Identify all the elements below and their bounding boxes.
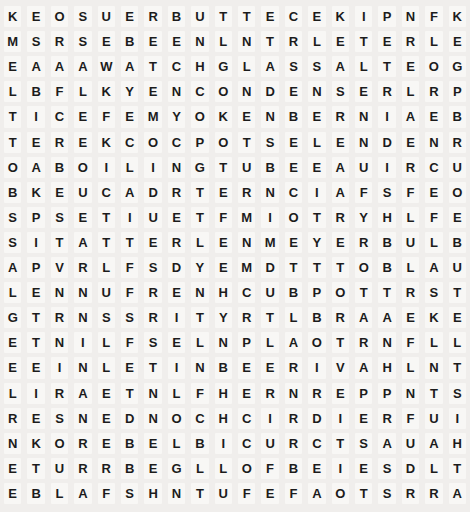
- grid-cell[interactable]: E: [27, 408, 44, 429]
- grid-cell[interactable]: O: [238, 458, 255, 479]
- grid-cell[interactable]: N: [191, 357, 208, 378]
- grid-cell[interactable]: O: [4, 157, 21, 178]
- grid-cell[interactable]: N: [144, 408, 161, 429]
- grid-cell[interactable]: C: [285, 6, 302, 27]
- grid-cell[interactable]: T: [378, 282, 395, 303]
- grid-cell[interactable]: T: [98, 207, 115, 228]
- grid-cell[interactable]: L: [4, 383, 21, 404]
- grid-cell[interactable]: A: [332, 182, 349, 203]
- grid-cell[interactable]: T: [332, 257, 349, 278]
- grid-cell[interactable]: E: [168, 207, 185, 228]
- grid-cell[interactable]: E: [74, 132, 91, 153]
- grid-cell[interactable]: N: [168, 483, 185, 504]
- grid-cell[interactable]: N: [168, 157, 185, 178]
- grid-cell[interactable]: E: [4, 56, 21, 77]
- grid-cell[interactable]: L: [74, 81, 91, 102]
- grid-cell[interactable]: A: [74, 232, 91, 253]
- grid-cell[interactable]: L: [215, 31, 232, 52]
- grid-cell[interactable]: F: [425, 6, 442, 27]
- grid-cell[interactable]: E: [27, 357, 44, 378]
- grid-cell[interactable]: A: [4, 257, 21, 278]
- grid-cell[interactable]: T: [98, 232, 115, 253]
- grid-cell[interactable]: T: [355, 483, 372, 504]
- grid-cell[interactable]: U: [51, 458, 68, 479]
- grid-cell[interactable]: B: [449, 232, 466, 253]
- grid-cell[interactable]: K: [27, 182, 44, 203]
- grid-cell[interactable]: E: [98, 383, 115, 404]
- grid-cell[interactable]: A: [261, 56, 278, 77]
- grid-cell[interactable]: D: [144, 182, 161, 203]
- grid-cell[interactable]: C: [425, 157, 442, 178]
- grid-cell[interactable]: M: [4, 31, 21, 52]
- grid-cell[interactable]: K: [425, 307, 442, 328]
- grid-cell[interactable]: P: [27, 257, 44, 278]
- grid-cell[interactable]: R: [168, 232, 185, 253]
- grid-cell[interactable]: T: [449, 282, 466, 303]
- grid-cell[interactable]: R: [332, 307, 349, 328]
- grid-cell[interactable]: L: [51, 483, 68, 504]
- grid-cell[interactable]: A: [74, 383, 91, 404]
- grid-cell[interactable]: G: [168, 458, 185, 479]
- grid-cell[interactable]: K: [449, 6, 466, 27]
- grid-cell[interactable]: S: [51, 408, 68, 429]
- grid-cell[interactable]: E: [355, 81, 372, 102]
- grid-cell[interactable]: T: [191, 483, 208, 504]
- grid-cell[interactable]: R: [4, 408, 21, 429]
- grid-cell[interactable]: E: [144, 81, 161, 102]
- grid-cell[interactable]: S: [144, 332, 161, 353]
- grid-cell[interactable]: E: [285, 81, 302, 102]
- grid-cell[interactable]: E: [4, 483, 21, 504]
- grid-cell[interactable]: L: [355, 56, 372, 77]
- grid-cell[interactable]: P: [378, 6, 395, 27]
- grid-cell[interactable]: N: [215, 332, 232, 353]
- grid-cell[interactable]: C: [238, 408, 255, 429]
- grid-cell[interactable]: I: [378, 157, 395, 178]
- grid-cell[interactable]: U: [355, 157, 372, 178]
- grid-cell[interactable]: C: [168, 132, 185, 153]
- grid-cell[interactable]: E: [402, 56, 419, 77]
- grid-cell[interactable]: R: [355, 332, 372, 353]
- grid-cell[interactable]: E: [238, 106, 255, 127]
- grid-cell[interactable]: T: [332, 332, 349, 353]
- grid-cell[interactable]: T: [238, 6, 255, 27]
- grid-cell[interactable]: E: [74, 106, 91, 127]
- grid-cell[interactable]: A: [51, 56, 68, 77]
- grid-cell[interactable]: R: [238, 307, 255, 328]
- grid-cell[interactable]: A: [355, 307, 372, 328]
- grid-cell[interactable]: R: [51, 132, 68, 153]
- grid-cell[interactable]: T: [355, 282, 372, 303]
- grid-cell[interactable]: R: [51, 31, 68, 52]
- grid-cell[interactable]: R: [51, 307, 68, 328]
- grid-cell[interactable]: U: [98, 6, 115, 27]
- grid-cell[interactable]: E: [168, 332, 185, 353]
- grid-cell[interactable]: F: [261, 458, 278, 479]
- grid-cell[interactable]: F: [402, 182, 419, 203]
- grid-cell[interactable]: E: [378, 31, 395, 52]
- grid-cell[interactable]: N: [355, 106, 372, 127]
- grid-cell[interactable]: N: [74, 307, 91, 328]
- grid-cell[interactable]: O: [191, 106, 208, 127]
- grid-cell[interactable]: O: [285, 207, 302, 228]
- grid-cell[interactable]: N: [4, 433, 21, 454]
- grid-cell[interactable]: L: [98, 257, 115, 278]
- grid-cell[interactable]: R: [355, 232, 372, 253]
- grid-cell[interactable]: B: [27, 483, 44, 504]
- grid-cell[interactable]: T: [308, 207, 325, 228]
- grid-cell[interactable]: N: [261, 182, 278, 203]
- grid-cell[interactable]: A: [27, 56, 44, 77]
- grid-cell[interactable]: A: [308, 483, 325, 504]
- grid-cell[interactable]: A: [332, 157, 349, 178]
- grid-cell[interactable]: I: [74, 332, 91, 353]
- grid-cell[interactable]: E: [285, 132, 302, 153]
- grid-cell[interactable]: K: [27, 433, 44, 454]
- grid-cell[interactable]: E: [121, 357, 138, 378]
- grid-cell[interactable]: H: [378, 207, 395, 228]
- grid-cell[interactable]: E: [121, 106, 138, 127]
- grid-cell[interactable]: T: [121, 232, 138, 253]
- grid-cell[interactable]: Y: [168, 106, 185, 127]
- grid-cell[interactable]: S: [4, 207, 21, 228]
- grid-cell[interactable]: F: [355, 182, 372, 203]
- grid-cell[interactable]: E: [168, 31, 185, 52]
- grid-cell[interactable]: T: [238, 132, 255, 153]
- grid-cell[interactable]: P: [449, 81, 466, 102]
- grid-cell[interactable]: E: [332, 232, 349, 253]
- grid-cell[interactable]: L: [215, 458, 232, 479]
- grid-cell[interactable]: S: [378, 458, 395, 479]
- grid-cell[interactable]: L: [191, 458, 208, 479]
- grid-cell[interactable]: L: [425, 332, 442, 353]
- grid-cell[interactable]: T: [144, 357, 161, 378]
- grid-cell[interactable]: N: [285, 383, 302, 404]
- grid-cell[interactable]: E: [285, 157, 302, 178]
- grid-cell[interactable]: P: [308, 282, 325, 303]
- grid-cell[interactable]: F: [285, 483, 302, 504]
- grid-cell[interactable]: E: [402, 307, 419, 328]
- grid-cell[interactable]: N: [402, 6, 419, 27]
- grid-cell[interactable]: L: [191, 232, 208, 253]
- grid-cell[interactable]: E: [449, 207, 466, 228]
- grid-cell[interactable]: E: [4, 357, 21, 378]
- grid-cell[interactable]: E: [449, 307, 466, 328]
- grid-cell[interactable]: U: [425, 408, 442, 429]
- grid-cell[interactable]: I: [261, 408, 278, 429]
- grid-cell[interactable]: E: [332, 31, 349, 52]
- grid-cell[interactable]: B: [121, 433, 138, 454]
- grid-cell[interactable]: K: [215, 106, 232, 127]
- grid-cell[interactable]: I: [121, 207, 138, 228]
- grid-cell[interactable]: N: [191, 282, 208, 303]
- grid-cell[interactable]: Y: [215, 307, 232, 328]
- grid-cell[interactable]: K: [4, 6, 21, 27]
- grid-cell[interactable]: F: [425, 207, 442, 228]
- grid-cell[interactable]: P: [191, 132, 208, 153]
- grid-cell[interactable]: N: [51, 332, 68, 353]
- grid-cell[interactable]: B: [449, 106, 466, 127]
- grid-cell[interactable]: F: [191, 383, 208, 404]
- grid-cell[interactable]: B: [285, 106, 302, 127]
- grid-cell[interactable]: E: [27, 6, 44, 27]
- grid-cell[interactable]: M: [261, 232, 278, 253]
- grid-cell[interactable]: N: [238, 31, 255, 52]
- grid-cell[interactable]: I: [332, 458, 349, 479]
- grid-cell[interactable]: I: [27, 232, 44, 253]
- grid-cell[interactable]: O: [215, 132, 232, 153]
- grid-cell[interactable]: E: [425, 182, 442, 203]
- grid-cell[interactable]: L: [98, 332, 115, 353]
- grid-cell[interactable]: R: [402, 31, 419, 52]
- grid-cell[interactable]: S: [98, 307, 115, 328]
- grid-cell[interactable]: E: [215, 232, 232, 253]
- grid-cell[interactable]: R: [378, 81, 395, 102]
- grid-cell[interactable]: R: [449, 132, 466, 153]
- grid-cell[interactable]: I: [308, 357, 325, 378]
- grid-cell[interactable]: D: [402, 458, 419, 479]
- grid-cell[interactable]: R: [308, 383, 325, 404]
- grid-cell[interactable]: L: [308, 31, 325, 52]
- grid-cell[interactable]: L: [168, 433, 185, 454]
- grid-cell[interactable]: V: [51, 257, 68, 278]
- grid-cell[interactable]: L: [402, 357, 419, 378]
- grid-cell[interactable]: T: [425, 383, 442, 404]
- grid-cell[interactable]: R: [285, 357, 302, 378]
- grid-cell[interactable]: T: [191, 207, 208, 228]
- grid-cell[interactable]: R: [378, 408, 395, 429]
- grid-cell[interactable]: B: [121, 31, 138, 52]
- grid-cell[interactable]: N: [74, 282, 91, 303]
- grid-cell[interactable]: E: [98, 433, 115, 454]
- grid-cell[interactable]: U: [261, 282, 278, 303]
- grid-cell[interactable]: N: [168, 81, 185, 102]
- grid-cell[interactable]: S: [27, 31, 44, 52]
- grid-cell[interactable]: A: [332, 56, 349, 77]
- grid-cell[interactable]: I: [332, 408, 349, 429]
- grid-cell[interactable]: T: [261, 307, 278, 328]
- grid-cell[interactable]: T: [261, 31, 278, 52]
- grid-cell[interactable]: R: [74, 257, 91, 278]
- grid-cell[interactable]: T: [191, 182, 208, 203]
- grid-cell[interactable]: T: [378, 56, 395, 77]
- grid-cell[interactable]: N: [74, 408, 91, 429]
- grid-cell[interactable]: E: [402, 132, 419, 153]
- grid-cell[interactable]: E: [121, 6, 138, 27]
- grid-cell[interactable]: C: [191, 81, 208, 102]
- grid-cell[interactable]: R: [144, 6, 161, 27]
- grid-cell[interactable]: E: [332, 383, 349, 404]
- grid-cell[interactable]: E: [144, 31, 161, 52]
- grid-cell[interactable]: N: [238, 232, 255, 253]
- grid-cell[interactable]: E: [261, 357, 278, 378]
- grid-cell[interactable]: E: [144, 433, 161, 454]
- grid-cell[interactable]: O: [215, 81, 232, 102]
- grid-cell[interactable]: L: [402, 257, 419, 278]
- grid-cell[interactable]: Y: [308, 232, 325, 253]
- grid-cell[interactable]: T: [121, 383, 138, 404]
- grid-cell[interactable]: E: [449, 31, 466, 52]
- grid-cell[interactable]: I: [27, 106, 44, 127]
- grid-cell[interactable]: H: [215, 408, 232, 429]
- grid-cell[interactable]: S: [4, 232, 21, 253]
- grid-cell[interactable]: E: [98, 408, 115, 429]
- grid-cell[interactable]: D: [378, 132, 395, 153]
- grid-cell[interactable]: N: [355, 132, 372, 153]
- grid-cell[interactable]: S: [74, 31, 91, 52]
- grid-cell[interactable]: C: [168, 56, 185, 77]
- grid-cell[interactable]: T: [27, 458, 44, 479]
- grid-cell[interactable]: A: [121, 56, 138, 77]
- grid-cell[interactable]: T: [215, 6, 232, 27]
- grid-cell[interactable]: E: [27, 282, 44, 303]
- grid-cell[interactable]: H: [215, 383, 232, 404]
- grid-cell[interactable]: E: [355, 408, 372, 429]
- grid-cell[interactable]: E: [308, 157, 325, 178]
- grid-cell[interactable]: I: [449, 408, 466, 429]
- grid-cell[interactable]: H: [449, 433, 466, 454]
- grid-cell[interactable]: E: [425, 106, 442, 127]
- grid-cell[interactable]: S: [378, 182, 395, 203]
- grid-cell[interactable]: T: [332, 433, 349, 454]
- grid-cell[interactable]: P: [27, 207, 44, 228]
- grid-cell[interactable]: I: [98, 157, 115, 178]
- grid-cell[interactable]: E: [74, 207, 91, 228]
- grid-cell[interactable]: S: [378, 483, 395, 504]
- grid-cell[interactable]: K: [98, 132, 115, 153]
- grid-cell[interactable]: U: [74, 182, 91, 203]
- grid-cell[interactable]: L: [308, 132, 325, 153]
- grid-cell[interactable]: F: [402, 408, 419, 429]
- grid-cell[interactable]: S: [355, 433, 372, 454]
- grid-cell[interactable]: E: [332, 132, 349, 153]
- grid-cell[interactable]: L: [425, 232, 442, 253]
- grid-cell[interactable]: I: [168, 307, 185, 328]
- grid-cell[interactable]: L: [238, 56, 255, 77]
- grid-cell[interactable]: I: [261, 207, 278, 228]
- grid-cell[interactable]: I: [168, 357, 185, 378]
- grid-cell[interactable]: O: [449, 182, 466, 203]
- grid-cell[interactable]: S: [261, 132, 278, 153]
- grid-cell[interactable]: E: [98, 31, 115, 52]
- grid-cell[interactable]: T: [285, 257, 302, 278]
- grid-cell[interactable]: M: [144, 106, 161, 127]
- grid-cell[interactable]: S: [425, 282, 442, 303]
- grid-cell[interactable]: N: [74, 357, 91, 378]
- grid-cell[interactable]: S: [449, 383, 466, 404]
- grid-cell[interactable]: O: [168, 408, 185, 429]
- grid-cell[interactable]: N: [261, 106, 278, 127]
- grid-cell[interactable]: Y: [191, 257, 208, 278]
- grid-cell[interactable]: U: [215, 483, 232, 504]
- grid-cell[interactable]: T: [449, 357, 466, 378]
- grid-cell[interactable]: S: [74, 6, 91, 27]
- grid-cell[interactable]: O: [74, 157, 91, 178]
- grid-cell[interactable]: O: [308, 332, 325, 353]
- grid-cell[interactable]: D: [168, 257, 185, 278]
- grid-cell[interactable]: A: [402, 106, 419, 127]
- grid-cell[interactable]: E: [308, 458, 325, 479]
- grid-cell[interactable]: T: [4, 132, 21, 153]
- grid-cell[interactable]: U: [261, 433, 278, 454]
- grid-cell[interactable]: I: [51, 357, 68, 378]
- grid-cell[interactable]: B: [121, 458, 138, 479]
- grid-cell[interactable]: R: [285, 408, 302, 429]
- grid-cell[interactable]: M: [238, 257, 255, 278]
- grid-cell[interactable]: O: [51, 6, 68, 27]
- grid-cell[interactable]: L: [98, 357, 115, 378]
- grid-cell[interactable]: E: [4, 458, 21, 479]
- grid-cell[interactable]: A: [74, 483, 91, 504]
- grid-cell[interactable]: F: [402, 332, 419, 353]
- grid-cell[interactable]: S: [51, 207, 68, 228]
- grid-cell[interactable]: T: [191, 307, 208, 328]
- grid-cell[interactable]: S: [308, 56, 325, 77]
- grid-cell[interactable]: N: [51, 282, 68, 303]
- grid-cell[interactable]: R: [332, 106, 349, 127]
- grid-cell[interactable]: E: [144, 458, 161, 479]
- grid-cell[interactable]: L: [121, 157, 138, 178]
- grid-cell[interactable]: R: [168, 182, 185, 203]
- grid-cell[interactable]: K: [98, 81, 115, 102]
- grid-cell[interactable]: B: [168, 6, 185, 27]
- grid-cell[interactable]: V: [332, 357, 349, 378]
- grid-cell[interactable]: R: [144, 307, 161, 328]
- grid-cell[interactable]: H: [215, 282, 232, 303]
- grid-cell[interactable]: N: [308, 81, 325, 102]
- grid-cell[interactable]: O: [51, 433, 68, 454]
- grid-cell[interactable]: E: [308, 6, 325, 27]
- grid-cell[interactable]: S: [144, 257, 161, 278]
- grid-cell[interactable]: F: [121, 282, 138, 303]
- grid-cell[interactable]: F: [51, 81, 68, 102]
- grid-cell[interactable]: U: [402, 433, 419, 454]
- grid-cell[interactable]: E: [144, 232, 161, 253]
- grid-cell[interactable]: T: [144, 56, 161, 77]
- grid-cell[interactable]: P: [355, 383, 372, 404]
- grid-cell[interactable]: F: [121, 257, 138, 278]
- grid-cell[interactable]: T: [27, 332, 44, 353]
- grid-cell[interactable]: R: [51, 383, 68, 404]
- grid-cell[interactable]: E: [238, 357, 255, 378]
- grid-cell[interactable]: E: [51, 182, 68, 203]
- grid-cell[interactable]: C: [308, 433, 325, 454]
- grid-cell[interactable]: L: [402, 81, 419, 102]
- grid-cell[interactable]: D: [261, 81, 278, 102]
- grid-cell[interactable]: F: [121, 332, 138, 353]
- grid-cell[interactable]: C: [285, 182, 302, 203]
- grid-cell[interactable]: E: [238, 383, 255, 404]
- grid-cell[interactable]: E: [27, 132, 44, 153]
- grid-cell[interactable]: E: [215, 257, 232, 278]
- grid-cell[interactable]: U: [402, 232, 419, 253]
- grid-cell[interactable]: E: [261, 483, 278, 504]
- grid-cell[interactable]: I: [215, 433, 232, 454]
- grid-cell[interactable]: R: [425, 483, 442, 504]
- grid-cell[interactable]: R: [402, 483, 419, 504]
- grid-cell[interactable]: B: [215, 357, 232, 378]
- grid-cell[interactable]: T: [215, 157, 232, 178]
- grid-cell[interactable]: R: [425, 81, 442, 102]
- grid-cell[interactable]: T: [51, 232, 68, 253]
- grid-cell[interactable]: N: [402, 383, 419, 404]
- grid-cell[interactable]: L: [4, 81, 21, 102]
- grid-cell[interactable]: I: [144, 157, 161, 178]
- grid-cell[interactable]: U: [98, 282, 115, 303]
- grid-cell[interactable]: L: [425, 458, 442, 479]
- grid-cell[interactable]: E: [285, 232, 302, 253]
- grid-cell[interactable]: T: [449, 458, 466, 479]
